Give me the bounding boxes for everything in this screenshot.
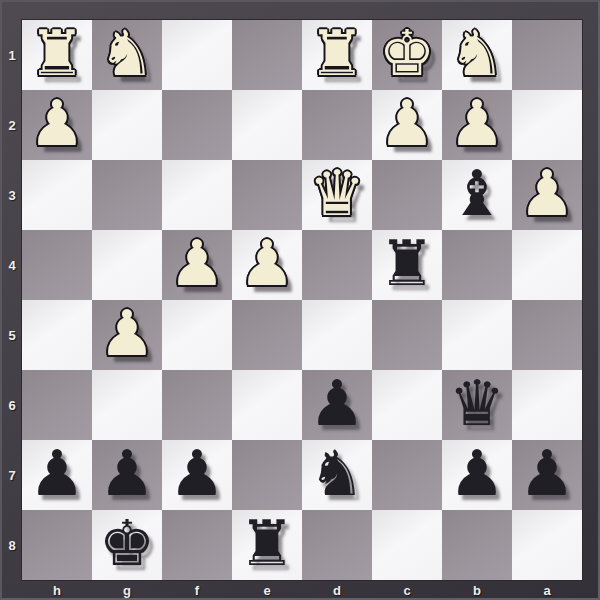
square-e7[interactable] (232, 440, 302, 510)
square-f8[interactable] (162, 510, 232, 580)
square-c4[interactable]: ♜ (372, 230, 442, 300)
black-pawn-icon[interactable]: ♟ (449, 442, 505, 505)
rank-label-2: 2 (2, 90, 22, 160)
square-d2[interactable] (302, 90, 372, 160)
square-d6[interactable]: ♟ (302, 370, 372, 440)
square-b5[interactable] (442, 300, 512, 370)
square-f1[interactable] (162, 20, 232, 90)
black-bishop-icon[interactable]: ♝ (449, 162, 505, 225)
black-rook-icon[interactable]: ♜ (239, 512, 295, 575)
square-b1[interactable]: ♞ (442, 20, 512, 90)
square-g4[interactable] (92, 230, 162, 300)
square-a1[interactable] (512, 20, 582, 90)
square-c2[interactable]: ♟ (372, 90, 442, 160)
white-knight-icon[interactable]: ♞ (449, 22, 505, 85)
white-king-icon[interactable]: ♚ (379, 22, 435, 85)
square-g7[interactable]: ♟ (92, 440, 162, 510)
file-label-g: g (92, 580, 162, 600)
square-b8[interactable] (442, 510, 512, 580)
square-g6[interactable] (92, 370, 162, 440)
square-h2[interactable]: ♟ (22, 90, 92, 160)
square-d1[interactable]: ♜ (302, 20, 372, 90)
square-e4[interactable]: ♟ (232, 230, 302, 300)
rank-labels: 12345678 (2, 20, 22, 580)
rank-label-8: 8 (2, 510, 22, 580)
white-pawn-icon[interactable]: ♟ (239, 232, 295, 295)
white-pawn-icon[interactable]: ♟ (29, 92, 85, 155)
square-d3[interactable]: ♛ (302, 160, 372, 230)
square-a5[interactable] (512, 300, 582, 370)
square-a8[interactable] (512, 510, 582, 580)
white-pawn-icon[interactable]: ♟ (449, 92, 505, 155)
square-e5[interactable] (232, 300, 302, 370)
square-g8[interactable]: ♚ (92, 510, 162, 580)
square-h1[interactable]: ♜ (22, 20, 92, 90)
square-c3[interactable] (372, 160, 442, 230)
square-h7[interactable]: ♟ (22, 440, 92, 510)
file-labels: hgfedcba (22, 580, 582, 600)
rank-label-3: 3 (2, 160, 22, 230)
square-e2[interactable] (232, 90, 302, 160)
black-queen-icon[interactable]: ♛ (449, 372, 505, 435)
square-c1[interactable]: ♚ (372, 20, 442, 90)
black-pawn-icon[interactable]: ♟ (29, 442, 85, 505)
square-g1[interactable]: ♞ (92, 20, 162, 90)
square-f4[interactable]: ♟ (162, 230, 232, 300)
square-e1[interactable] (232, 20, 302, 90)
square-d8[interactable] (302, 510, 372, 580)
square-a4[interactable] (512, 230, 582, 300)
file-label-e: e (232, 580, 302, 600)
square-g3[interactable] (92, 160, 162, 230)
white-knight-icon[interactable]: ♞ (99, 22, 155, 85)
rank-label-5: 5 (2, 300, 22, 370)
square-c7[interactable] (372, 440, 442, 510)
square-f7[interactable]: ♟ (162, 440, 232, 510)
square-g5[interactable]: ♟ (92, 300, 162, 370)
square-b7[interactable]: ♟ (442, 440, 512, 510)
square-b4[interactable] (442, 230, 512, 300)
square-a6[interactable] (512, 370, 582, 440)
square-c6[interactable] (372, 370, 442, 440)
black-rook-icon[interactable]: ♜ (379, 232, 435, 295)
square-h5[interactable] (22, 300, 92, 370)
file-label-d: d (302, 580, 372, 600)
square-d5[interactable] (302, 300, 372, 370)
square-g2[interactable] (92, 90, 162, 160)
rank-label-6: 6 (2, 370, 22, 440)
square-a7[interactable]: ♟ (512, 440, 582, 510)
square-d7[interactable]: ♞ (302, 440, 372, 510)
square-f5[interactable] (162, 300, 232, 370)
square-f2[interactable] (162, 90, 232, 160)
white-rook-icon[interactable]: ♜ (29, 22, 85, 85)
chess-board: ♜♞♜♚♞♟♟♟♛♝♟♟♟♜♟♟♛♟♟♟♞♟♟♚♜ (22, 20, 582, 580)
square-c5[interactable] (372, 300, 442, 370)
white-pawn-icon[interactable]: ♟ (379, 92, 435, 155)
white-rook-icon[interactable]: ♜ (309, 22, 365, 85)
square-h4[interactable] (22, 230, 92, 300)
square-d4[interactable] (302, 230, 372, 300)
square-e6[interactable] (232, 370, 302, 440)
file-label-b: b (442, 580, 512, 600)
square-h8[interactable] (22, 510, 92, 580)
square-e8[interactable]: ♜ (232, 510, 302, 580)
black-pawn-icon[interactable]: ♟ (99, 442, 155, 505)
square-c8[interactable] (372, 510, 442, 580)
black-pawn-icon[interactable]: ♟ (169, 442, 225, 505)
square-e3[interactable] (232, 160, 302, 230)
white-queen-icon[interactable]: ♛ (309, 162, 365, 225)
file-label-c: c (372, 580, 442, 600)
rank-label-1: 1 (2, 20, 22, 90)
square-f6[interactable] (162, 370, 232, 440)
white-pawn-icon[interactable]: ♟ (169, 232, 225, 295)
square-b6[interactable]: ♛ (442, 370, 512, 440)
square-a2[interactable] (512, 90, 582, 160)
black-pawn-icon[interactable]: ♟ (309, 372, 365, 435)
square-h3[interactable] (22, 160, 92, 230)
rank-label-4: 4 (2, 230, 22, 300)
white-pawn-icon[interactable]: ♟ (519, 162, 575, 225)
rank-label-7: 7 (2, 440, 22, 510)
square-h6[interactable] (22, 370, 92, 440)
square-b3[interactable]: ♝ (442, 160, 512, 230)
square-b2[interactable]: ♟ (442, 90, 512, 160)
white-pawn-icon[interactable]: ♟ (99, 302, 155, 365)
square-a3[interactable]: ♟ (512, 160, 582, 230)
black-pawn-icon[interactable]: ♟ (519, 442, 575, 505)
square-f3[interactable] (162, 160, 232, 230)
chessboard-frame: 12345678 ♜♞♜♚♞♟♟♟♛♝♟♟♟♜♟♟♛♟♟♟♞♟♟♚♜ hgfed… (0, 0, 600, 600)
file-label-a: a (512, 580, 582, 600)
black-king-icon[interactable]: ♚ (99, 512, 155, 575)
file-label-h: h (22, 580, 92, 600)
black-knight-icon[interactable]: ♞ (309, 442, 365, 505)
file-label-f: f (162, 580, 232, 600)
